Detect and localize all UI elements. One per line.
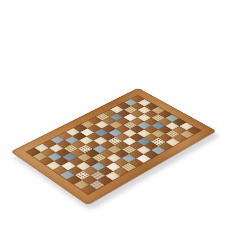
- patchwork-rug-board: [10, 88, 216, 205]
- photo-canvas: [0, 0, 230, 230]
- board-grid: [26, 95, 201, 194]
